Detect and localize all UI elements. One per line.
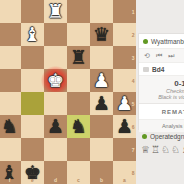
- replay-controls: ⟲ ⏮ ⏭: [139, 49, 184, 63]
- file-label: b: [100, 178, 103, 183]
- square-d5[interactable]: [44, 92, 67, 115]
- square-f8[interactable]: ♝f: [0, 161, 21, 184]
- captured-pieces: ♕♖♘♘♗: [141, 142, 184, 157]
- go-last-icon[interactable]: ⏭: [168, 49, 174, 62]
- chess-board[interactable]: ♜1♝♛2♜3♚♟4♟♟5♞♟♞♟67hg♝f♚edcb8a: [0, 0, 136, 184]
- square-c2[interactable]: [67, 23, 90, 46]
- file-label: c: [77, 178, 80, 183]
- result-block: 0-1 Checkmate Black is victorious: [139, 76, 184, 104]
- square-b5[interactable]: ♟: [90, 92, 113, 115]
- player-top-name[interactable]: Wyattmanbos: [151, 38, 184, 45]
- square-a4[interactable]: 4: [113, 69, 136, 92]
- square-b2[interactable]: ♛: [90, 23, 113, 46]
- rematch-row: REMATCH: [139, 104, 184, 119]
- square-d4[interactable]: ♚: [44, 69, 67, 92]
- square-f5[interactable]: [0, 92, 21, 115]
- piece-black-queen: ♛: [90, 23, 113, 46]
- file-label: e: [31, 178, 34, 183]
- square-e7[interactable]: [21, 138, 44, 161]
- square-f3[interactable]: [0, 46, 21, 69]
- square-b6[interactable]: [90, 115, 113, 138]
- square-c1[interactable]: [67, 0, 90, 23]
- result-score: 0-1: [174, 79, 184, 88]
- rank-label: 2: [132, 32, 135, 37]
- sidebar: Wyattmanbos ⟲ ⏮ ⏭ Bd4 0-1 Checkmate Blac…: [136, 0, 184, 184]
- file-label: a: [123, 178, 126, 183]
- square-e1[interactable]: [21, 0, 44, 23]
- rank-label: 6: [132, 124, 135, 129]
- game-screen: ♜1♝♛2♜3♚♟4♟♟5♞♟♞♟67hg♝f♚edcb8a Wyattmanb…: [0, 0, 184, 184]
- square-d8[interactable]: d: [44, 161, 67, 184]
- move-list-icon: [143, 67, 149, 72]
- piece-black-pawn: ♟: [44, 115, 67, 138]
- rematch-button[interactable]: REMATCH: [162, 109, 184, 115]
- square-b4[interactable]: ♟: [90, 69, 113, 92]
- move-list-row[interactable]: Bd4: [139, 63, 184, 76]
- analysis-board-link[interactable]: Analysis board: [162, 123, 184, 129]
- square-e2[interactable]: ♝: [21, 23, 44, 46]
- piece-black-knight: ♞: [67, 115, 90, 138]
- current-move[interactable]: Bd4: [152, 66, 164, 73]
- square-f1[interactable]: [0, 0, 21, 23]
- square-f2[interactable]: [0, 23, 21, 46]
- rank-label: 4: [132, 78, 135, 83]
- square-b8[interactable]: b: [90, 161, 113, 184]
- square-e5[interactable]: [21, 92, 44, 115]
- square-d1[interactable]: ♜: [44, 0, 67, 23]
- online-dot: [142, 134, 147, 139]
- square-b7[interactable]: [90, 138, 113, 161]
- square-a6[interactable]: ♟6: [113, 115, 136, 138]
- square-e3[interactable]: [21, 46, 44, 69]
- square-d7[interactable]: [44, 138, 67, 161]
- game-card: Wyattmanbos ⟲ ⏮ ⏭ Bd4 0-1 Checkmate Blac…: [138, 33, 184, 130]
- square-b3[interactable]: [90, 46, 113, 69]
- file-label: d: [54, 178, 57, 183]
- rank-label: 8: [132, 170, 135, 175]
- square-a3[interactable]: 3: [113, 46, 136, 69]
- rank-label: 5: [132, 101, 135, 106]
- square-e8[interactable]: ♚e: [21, 161, 44, 184]
- square-a1[interactable]: 1: [113, 0, 136, 23]
- flip-board-icon[interactable]: ⟲: [144, 49, 150, 62]
- square-c8[interactable]: c: [67, 161, 90, 184]
- square-a7[interactable]: 7: [113, 138, 136, 161]
- player-bottom-name[interactable]: Operatedgnat: [150, 133, 184, 140]
- piece-white-king: ♚: [44, 69, 67, 92]
- square-f4[interactable]: [0, 69, 21, 92]
- square-a2[interactable]: 2: [113, 23, 136, 46]
- piece-white-pawn: ♟: [90, 69, 113, 92]
- square-f6[interactable]: ♞: [0, 115, 21, 138]
- rank-label: 7: [132, 147, 135, 152]
- square-c5[interactable]: [67, 92, 90, 115]
- piece-black-rook: ♜: [67, 46, 90, 69]
- square-c3[interactable]: ♜: [67, 46, 90, 69]
- piece-white-bishop: ♝: [21, 23, 44, 46]
- online-dot: [143, 39, 148, 44]
- square-c4[interactable]: [67, 69, 90, 92]
- go-first-icon[interactable]: ⏮: [156, 49, 162, 62]
- player-top-row[interactable]: Wyattmanbos: [139, 34, 184, 49]
- piece-white-rook: ♜: [44, 0, 67, 23]
- square-d2[interactable]: [44, 23, 67, 46]
- rank-label: 1: [132, 9, 135, 14]
- result-outcome: Black is victorious: [158, 94, 184, 101]
- square-c7[interactable]: [67, 138, 90, 161]
- piece-black-pawn: ♟: [90, 92, 113, 115]
- square-c6[interactable]: ♞: [67, 115, 90, 138]
- square-b1[interactable]: [90, 0, 113, 23]
- square-e6[interactable]: [21, 115, 44, 138]
- square-a8[interactable]: 8a: [113, 161, 136, 184]
- file-label: f: [9, 178, 11, 183]
- square-d6[interactable]: ♟: [44, 115, 67, 138]
- square-f7[interactable]: [0, 138, 21, 161]
- square-a5[interactable]: ♟5: [113, 92, 136, 115]
- rank-label: 3: [132, 55, 135, 60]
- piece-black-knight: ♞: [0, 115, 21, 138]
